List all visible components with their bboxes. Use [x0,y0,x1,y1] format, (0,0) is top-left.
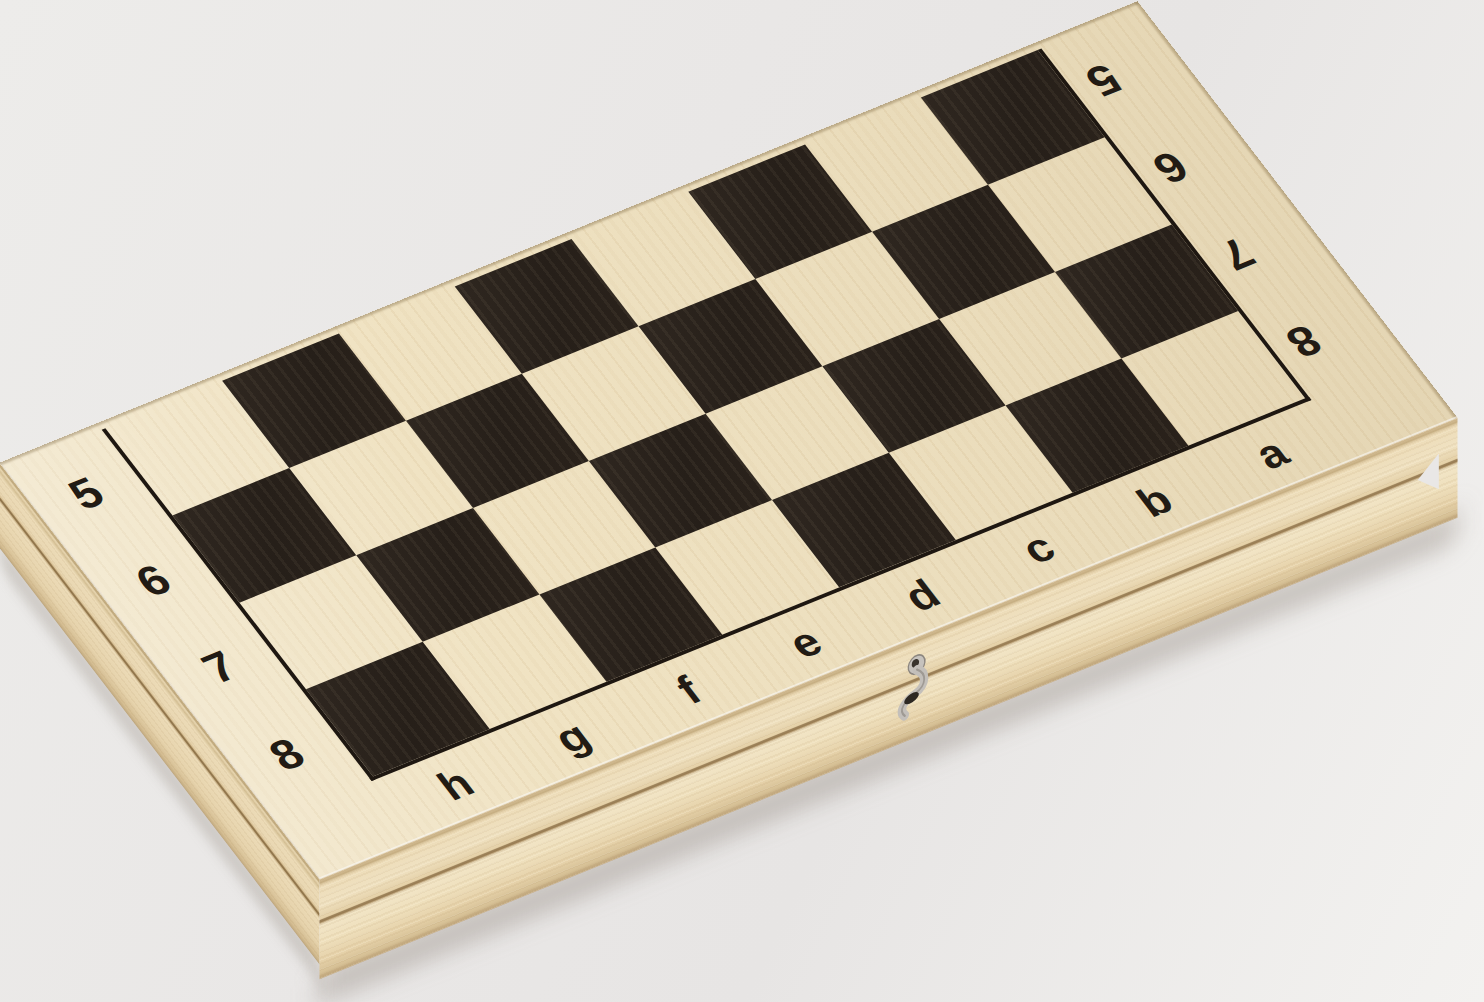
rank-label-left-5: 5 [60,470,112,516]
file-label-e: e [780,621,830,665]
file-label-b: b [1129,478,1181,523]
rank-label-right-7: 7 [1211,232,1263,278]
file-label-h: h [430,762,482,807]
rank-label-right-6: 6 [1145,144,1197,190]
rank-label-right-5: 5 [1078,57,1130,103]
hook-latch-icon [882,645,943,735]
rank-label-left-8: 8 [261,731,313,777]
file-label-g: g [546,715,598,760]
file-label-f: f [668,670,708,710]
rank-label-right-8: 8 [1278,319,1330,365]
file-label-c: c [1014,526,1064,570]
photo-scene: 56785678hgfedcba [0,0,1484,1002]
file-label-d: d [896,573,948,618]
file-label-a: a [1247,432,1297,476]
rank-label-left-6: 6 [127,557,179,603]
clasp-latch [882,645,943,735]
rank-label-left-7: 7 [194,644,246,690]
